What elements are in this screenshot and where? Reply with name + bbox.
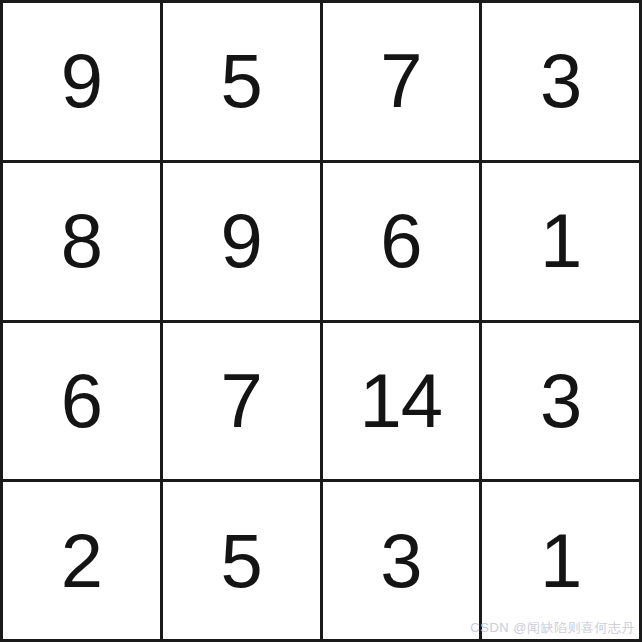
cell-r2c2: 9 bbox=[163, 163, 320, 320]
cell-value: 6 bbox=[380, 203, 421, 279]
cell-r1c1: 9 bbox=[3, 3, 160, 160]
cell-r3c3: 14 bbox=[323, 323, 480, 480]
cell-r3c1: 6 bbox=[3, 323, 160, 480]
cell-value: 6 bbox=[61, 363, 102, 439]
cell-r4c2: 5 bbox=[163, 482, 320, 639]
cell-r3c2: 7 bbox=[163, 323, 320, 480]
cell-r2c4: 1 bbox=[482, 163, 639, 320]
cell-value: 5 bbox=[220, 43, 261, 119]
cell-value: 1 bbox=[540, 523, 581, 599]
cell-value: 9 bbox=[220, 203, 261, 279]
number-grid: 9 5 7 3 8 9 6 1 6 7 14 3 2 5 3 1 bbox=[0, 0, 642, 642]
cell-r4c4: 1 bbox=[482, 482, 639, 639]
cell-r3c4: 3 bbox=[482, 323, 639, 480]
cell-r1c3: 7 bbox=[323, 3, 480, 160]
cell-r4c3: 3 bbox=[323, 482, 480, 639]
puzzle-board: 9 5 7 3 8 9 6 1 6 7 14 3 2 5 3 1 CSDN @闻… bbox=[0, 0, 642, 642]
cell-value: 3 bbox=[540, 43, 581, 119]
cell-value: 5 bbox=[220, 523, 261, 599]
cell-r2c3: 6 bbox=[323, 163, 480, 320]
cell-r2c1: 8 bbox=[3, 163, 160, 320]
cell-r4c1: 2 bbox=[3, 482, 160, 639]
cell-value: 8 bbox=[61, 203, 102, 279]
cell-value: 1 bbox=[540, 203, 581, 279]
cell-value: 14 bbox=[360, 363, 443, 439]
cell-r1c4: 3 bbox=[482, 3, 639, 160]
cell-value: 2 bbox=[61, 523, 102, 599]
cell-value: 3 bbox=[540, 363, 581, 439]
cell-value: 7 bbox=[380, 43, 421, 119]
cell-value: 7 bbox=[220, 363, 261, 439]
cell-value: 9 bbox=[61, 43, 102, 119]
cell-value: 3 bbox=[380, 523, 421, 599]
cell-r1c2: 5 bbox=[163, 3, 320, 160]
